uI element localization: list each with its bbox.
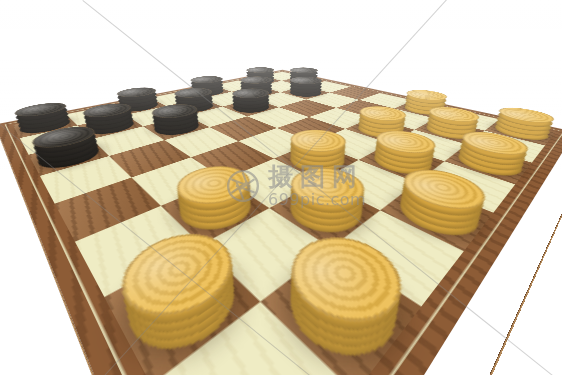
photo-stage: 摄图网 699pic.com [0,0,562,375]
board-scene [0,0,562,375]
checkers-board[interactable] [0,70,562,375]
